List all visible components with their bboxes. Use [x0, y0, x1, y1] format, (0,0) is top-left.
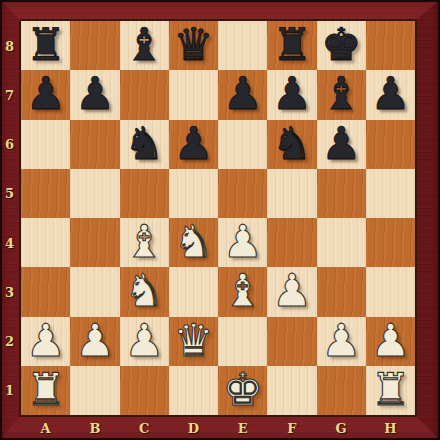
piece-white-pawn[interactable]: ♟ [222, 219, 262, 264]
square-g3[interactable] [317, 267, 366, 316]
piece-black-bishop[interactable]: ♝ [124, 22, 164, 67]
piece-black-pawn[interactable]: ♟ [173, 121, 213, 166]
rank-label-2: 2 [0, 334, 19, 349]
rank-label-3: 3 [0, 284, 19, 299]
square-c7[interactable] [120, 70, 169, 119]
square-f6[interactable]: ♞ [267, 120, 316, 169]
rank-label-6: 6 [0, 137, 19, 152]
square-e7[interactable]: ♟ [218, 70, 267, 119]
square-d5[interactable] [169, 169, 218, 218]
square-h5[interactable] [366, 169, 415, 218]
square-c8[interactable]: ♝ [120, 21, 169, 70]
piece-white-knight[interactable]: ♞ [124, 268, 164, 313]
piece-black-rook[interactable]: ♜ [25, 22, 65, 67]
piece-black-king[interactable]: ♚ [321, 22, 361, 67]
square-h8[interactable] [366, 21, 415, 70]
piece-black-pawn[interactable]: ♟ [222, 71, 262, 116]
square-f4[interactable] [267, 218, 316, 267]
square-a5[interactable] [21, 169, 70, 218]
square-h6[interactable] [366, 120, 415, 169]
square-e6[interactable] [218, 120, 267, 169]
file-label-b: B [89, 421, 100, 436]
square-g1[interactable] [317, 366, 366, 415]
piece-black-rook[interactable]: ♜ [272, 22, 312, 67]
square-a3[interactable] [21, 267, 70, 316]
square-d3[interactable] [169, 267, 218, 316]
square-f3[interactable]: ♟ [267, 267, 316, 316]
square-f8[interactable]: ♜ [267, 21, 316, 70]
square-c6[interactable]: ♞ [120, 120, 169, 169]
file-label-e: E [238, 421, 248, 436]
piece-white-pawn[interactable]: ♟ [25, 318, 65, 363]
square-g5[interactable] [317, 169, 366, 218]
square-h4[interactable] [366, 218, 415, 267]
square-h1[interactable]: ♜ [366, 366, 415, 415]
square-f7[interactable]: ♟ [267, 70, 316, 119]
square-c4[interactable]: ♝ [120, 218, 169, 267]
piece-white-knight[interactable]: ♞ [173, 219, 213, 264]
piece-black-pawn[interactable]: ♟ [75, 71, 115, 116]
square-b5[interactable] [70, 169, 119, 218]
square-a1[interactable]: ♜ [21, 366, 70, 415]
piece-white-bishop[interactable]: ♝ [124, 219, 164, 264]
piece-black-knight[interactable]: ♞ [124, 121, 164, 166]
square-b2[interactable]: ♟ [70, 317, 119, 366]
square-g7[interactable]: ♝ [317, 70, 366, 119]
square-e8[interactable] [218, 21, 267, 70]
square-e4[interactable]: ♟ [218, 218, 267, 267]
piece-white-king[interactable]: ♚ [222, 367, 262, 412]
square-b1[interactable] [70, 366, 119, 415]
square-g8[interactable]: ♚ [317, 21, 366, 70]
chess-board: ♜♝♛♜♚♟♟♟♟♝♟♞♟♞♟♝♞♟♞♝♟♟♟♟♛♟♟♜♚♜ [19, 19, 417, 417]
file-label-a: A [41, 421, 51, 436]
piece-white-rook[interactable]: ♜ [370, 367, 410, 412]
square-e2[interactable] [218, 317, 267, 366]
piece-white-bishop[interactable]: ♝ [222, 268, 262, 313]
piece-black-bishop[interactable]: ♝ [321, 71, 361, 116]
piece-black-knight[interactable]: ♞ [272, 121, 312, 166]
square-d1[interactable] [169, 366, 218, 415]
piece-black-pawn[interactable]: ♟ [272, 71, 312, 116]
square-d6[interactable]: ♟ [169, 120, 218, 169]
piece-white-pawn[interactable]: ♟ [370, 318, 410, 363]
square-b6[interactable] [70, 120, 119, 169]
file-label-h: H [384, 421, 396, 436]
square-h3[interactable] [366, 267, 415, 316]
piece-white-queen[interactable]: ♛ [173, 318, 213, 363]
rank-label-8: 8 [0, 38, 19, 53]
square-f2[interactable] [267, 317, 316, 366]
square-b4[interactable] [70, 218, 119, 267]
piece-white-rook[interactable]: ♜ [25, 367, 65, 412]
piece-white-pawn[interactable]: ♟ [75, 318, 115, 363]
file-label-d: D [188, 421, 199, 436]
square-g2[interactable]: ♟ [317, 317, 366, 366]
square-d4[interactable]: ♞ [169, 218, 218, 267]
square-f1[interactable] [267, 366, 316, 415]
piece-black-pawn[interactable]: ♟ [25, 71, 65, 116]
piece-white-pawn[interactable]: ♟ [321, 318, 361, 363]
chess-app-window: ♜♝♛♜♚♟♟♟♟♝♟♞♟♞♟♝♞♟♞♝♟♟♟♟♛♟♟♜♚♜ 87654321 … [0, 0, 440, 440]
square-e3[interactable]: ♝ [218, 267, 267, 316]
square-a8[interactable]: ♜ [21, 21, 70, 70]
square-a6[interactable] [21, 120, 70, 169]
square-c1[interactable] [120, 366, 169, 415]
square-b8[interactable] [70, 21, 119, 70]
square-c2[interactable]: ♟ [120, 317, 169, 366]
square-d2[interactable]: ♛ [169, 317, 218, 366]
square-e5[interactable] [218, 169, 267, 218]
square-b7[interactable]: ♟ [70, 70, 119, 119]
square-g4[interactable] [317, 218, 366, 267]
square-c3[interactable]: ♞ [120, 267, 169, 316]
piece-white-pawn[interactable]: ♟ [124, 318, 164, 363]
square-d8[interactable]: ♛ [169, 21, 218, 70]
square-e1[interactable]: ♚ [218, 366, 267, 415]
square-h2[interactable]: ♟ [366, 317, 415, 366]
square-a4[interactable] [21, 218, 70, 267]
square-c5[interactable] [120, 169, 169, 218]
square-f5[interactable] [267, 169, 316, 218]
square-a2[interactable]: ♟ [21, 317, 70, 366]
piece-black-queen[interactable]: ♛ [173, 22, 213, 67]
rank-label-4: 4 [0, 235, 19, 250]
piece-black-pawn[interactable]: ♟ [321, 121, 361, 166]
piece-black-pawn[interactable]: ♟ [370, 71, 410, 116]
file-label-g: G [336, 421, 347, 436]
square-d7[interactable] [169, 70, 218, 119]
square-a7[interactable]: ♟ [21, 70, 70, 119]
square-b3[interactable] [70, 267, 119, 316]
rank-label-7: 7 [0, 87, 19, 102]
file-label-c: C [139, 421, 149, 436]
square-g6[interactable]: ♟ [317, 120, 366, 169]
rank-label-5: 5 [0, 186, 19, 201]
file-label-f: F [287, 421, 296, 436]
square-h7[interactable]: ♟ [366, 70, 415, 119]
piece-white-pawn[interactable]: ♟ [272, 268, 312, 313]
rank-label-1: 1 [0, 383, 19, 398]
